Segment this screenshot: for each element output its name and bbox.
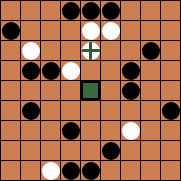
cell-r5-c3[interactable] [61,101,80,120]
cell-r2-c6[interactable] [121,41,140,60]
cell-r2-c5[interactable] [101,41,120,60]
cell-r0-c4[interactable] [81,1,100,20]
cell-r7-c1[interactable] [21,141,40,160]
cell-r2-c4[interactable] [81,41,100,60]
cell-r1-c7[interactable] [141,21,160,40]
black-stone [22,102,40,120]
cell-r0-c6[interactable] [121,1,140,20]
cell-r3-c0[interactable] [1,61,20,80]
cell-r7-c5[interactable] [101,141,120,160]
cell-r0-c0[interactable] [1,1,20,20]
cell-r4-c8[interactable] [161,81,180,100]
white-stone [102,22,120,40]
black-stone [122,62,140,80]
cell-r0-c2[interactable] [41,1,60,20]
cell-r7-c3[interactable] [61,141,80,160]
cell-r6-c7[interactable] [141,121,160,140]
cell-r8-c4[interactable] [81,161,100,180]
cell-r0-c1[interactable] [21,1,40,20]
cell-r1-c5[interactable] [101,21,120,40]
cell-r0-c8[interactable] [161,1,180,20]
cell-r4-c2[interactable] [41,81,60,100]
black-stone [62,2,80,20]
cell-r8-c7[interactable] [141,161,160,180]
cell-r3-c7[interactable] [141,61,160,80]
cell-r0-c5[interactable] [101,1,120,20]
crosshair-marker-icon [82,42,100,60]
white-stone [42,162,60,180]
cell-r7-c4[interactable] [81,141,100,160]
black-stone [122,82,140,100]
cell-r4-c6[interactable] [121,81,140,100]
cell-r8-c3[interactable] [61,161,80,180]
crosshair-vertical-bar [89,42,92,60]
cell-r7-c6[interactable] [121,141,140,160]
cell-r0-c3[interactable] [61,1,80,20]
cell-r7-c8[interactable] [161,141,180,160]
cell-r8-c6[interactable] [121,161,140,180]
cell-r4-c3[interactable] [61,81,80,100]
cell-r5-c0[interactable] [1,101,20,120]
black-stone [22,62,40,80]
cell-r7-c0[interactable] [1,141,20,160]
cell-r0-c7[interactable] [141,1,160,20]
cell-r3-c8[interactable] [161,61,180,80]
cell-r8-c5[interactable] [101,161,120,180]
cell-r1-c1[interactable] [21,21,40,40]
cell-r5-c8[interactable] [161,101,180,120]
white-stone [82,22,100,40]
black-stone [142,42,160,60]
white-stone [62,62,80,80]
black-stone [102,2,120,20]
cell-r8-c0[interactable] [1,161,20,180]
cell-r4-c1[interactable] [21,81,40,100]
cell-r3-c2[interactable] [41,61,60,80]
black-stone [62,122,80,140]
cell-r2-c2[interactable] [41,41,60,60]
cell-r5-c4[interactable] [81,101,100,120]
cell-r1-c6[interactable] [121,21,140,40]
cell-r1-c3[interactable] [61,21,80,40]
cell-r4-c7[interactable] [141,81,160,100]
cell-r6-c2[interactable] [41,121,60,140]
cell-r8-c2[interactable] [41,161,60,180]
cell-r5-c1[interactable] [21,101,40,120]
cell-r4-c4[interactable] [81,81,100,100]
black-stone [82,162,100,180]
cell-r6-c0[interactable] [1,121,20,140]
cell-r5-c7[interactable] [141,101,160,120]
cell-r5-c5[interactable] [101,101,120,120]
cell-r6-c6[interactable] [121,121,140,140]
cell-r6-c1[interactable] [21,121,40,140]
cell-r8-c8[interactable] [161,161,180,180]
cell-r6-c4[interactable] [81,121,100,140]
cell-r4-c5[interactable] [101,81,120,100]
cell-r3-c6[interactable] [121,61,140,80]
cell-r6-c8[interactable] [161,121,180,140]
black-stone [62,162,80,180]
black-stone [2,22,20,40]
cell-r2-c3[interactable] [61,41,80,60]
white-stone [122,122,140,140]
white-stone [22,42,40,60]
black-stone [162,102,180,120]
cell-r3-c3[interactable] [61,61,80,80]
cell-r1-c8[interactable] [161,21,180,40]
game-board [0,0,181,181]
cell-r2-c1[interactable] [21,41,40,60]
cell-r1-c2[interactable] [41,21,60,40]
cell-r1-c4[interactable] [81,21,100,40]
cell-r3-c4[interactable] [81,61,100,80]
cell-r3-c1[interactable] [21,61,40,80]
black-stone [42,62,60,80]
cell-r2-c0[interactable] [1,41,20,60]
cell-r7-c2[interactable] [41,141,60,160]
cell-r4-c0[interactable] [1,81,20,100]
selected-square-marker [81,81,100,100]
cell-r8-c1[interactable] [21,161,40,180]
cell-r1-c0[interactable] [1,21,20,40]
cell-r7-c7[interactable] [141,141,160,160]
cell-r2-c8[interactable] [161,41,180,60]
cell-r5-c2[interactable] [41,101,60,120]
cell-r6-c3[interactable] [61,121,80,140]
black-stone [82,2,100,20]
cell-r5-c6[interactable] [121,101,140,120]
black-stone [102,142,120,160]
cell-r6-c5[interactable] [101,121,120,140]
cell-r3-c5[interactable] [101,61,120,80]
cell-r2-c7[interactable] [141,41,160,60]
